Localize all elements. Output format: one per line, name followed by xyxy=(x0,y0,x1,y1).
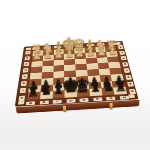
coordinate-plaque: 1 xyxy=(25,51,30,55)
frame-corner-inlay xyxy=(18,101,24,105)
coordinate-plaque: 3 xyxy=(24,62,29,66)
coordinate-plaque: 6 xyxy=(126,75,132,80)
coordinate-plaque: 5 xyxy=(124,68,130,73)
frame-corner-inlay xyxy=(128,94,135,98)
coordinate-plaque: 6 xyxy=(21,81,27,86)
square: ♞ xyxy=(40,91,53,99)
coordinate-plaque: A xyxy=(26,101,35,105)
coordinate-plaque: 5 xyxy=(22,74,28,79)
photo-tilt-wrapper: ABCDEFGH ABCDEFGH 12345678 12345678 ♜♞♝♚… xyxy=(0,0,150,150)
square: ♝ xyxy=(52,91,64,99)
brass-clasp-icon xyxy=(63,106,66,112)
coordinate-plaque: 7 xyxy=(127,82,133,87)
board-squares: ♜♞♝♚♛♝♞♜♟♟♟♟♟♟♟♟♟♟♟♟♟♟♟♟♜♞♝♚♛♝♞♜ xyxy=(26,46,128,101)
square: ♜ xyxy=(27,92,40,100)
square: ♜ xyxy=(113,87,127,95)
coordinate-plaque: 8 xyxy=(129,89,136,94)
coordinate-plaque: B xyxy=(39,101,48,105)
coordinate-plaque: 4 xyxy=(23,68,28,72)
coordinate-plaque: F xyxy=(93,97,102,101)
coordinate-plaque: 2 xyxy=(25,56,30,60)
square: ♚ xyxy=(65,90,78,98)
coordinate-plaque: C xyxy=(53,100,62,104)
coordinate-plaque: 4 xyxy=(122,62,128,66)
coordinate-plaque: 7 xyxy=(20,88,26,93)
chess-board: ABCDEFGH ABCDEFGH 12345678 12345678 ♜♞♝♚… xyxy=(15,41,139,107)
brass-clasp-icon xyxy=(110,103,113,109)
coordinate-plaque: 1 xyxy=(118,45,123,49)
square: ♞ xyxy=(101,88,115,96)
square: ♟ xyxy=(112,80,125,87)
coordinate-plaque: D xyxy=(66,99,75,103)
square: ♛ xyxy=(77,89,90,97)
square: ♝ xyxy=(89,88,102,96)
coordinate-plaque: H xyxy=(120,96,130,100)
coordinate-plaque: 2 xyxy=(119,51,125,55)
coordinate-plaque: 3 xyxy=(121,56,127,60)
chess-set-photo: ABCDEFGH ABCDEFGH 12345678 12345678 ♜♞♝♚… xyxy=(0,0,150,150)
coordinate-plaque: E xyxy=(80,98,89,102)
coordinate-plaque: G xyxy=(106,97,115,101)
